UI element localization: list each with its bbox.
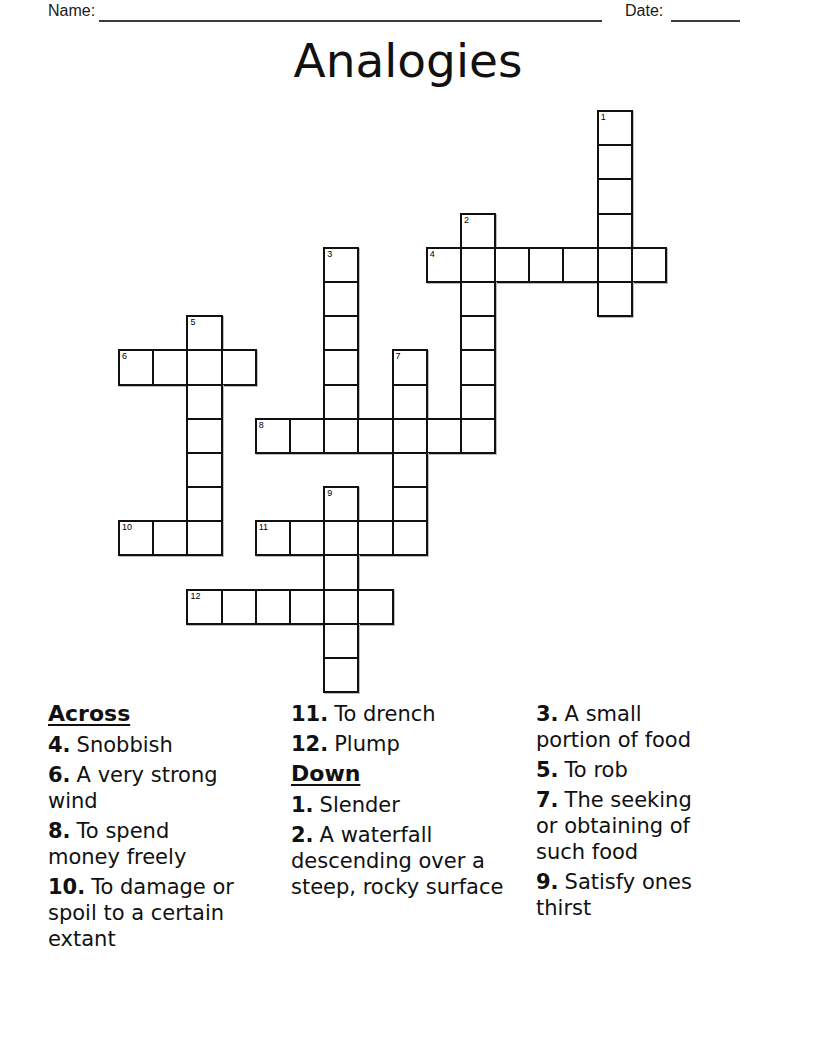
cell-number: 12 (190, 591, 200, 602)
cell-r5c14[interactable] (597, 281, 633, 317)
cell-r1c14[interactable] (597, 144, 633, 180)
clues-column-3: 3.A small portion of food5.To rob7.The s… (536, 701, 706, 925)
cell-number: 3 (327, 249, 332, 260)
cell-r14c7[interactable] (357, 589, 393, 625)
cell-r11c6[interactable]: 9 (323, 486, 359, 522)
cell-r9c9[interactable] (426, 418, 462, 454)
cell-r8c10[interactable] (460, 384, 496, 420)
clue-down-5: 5.To rob (536, 757, 706, 783)
cell-r7c1[interactable] (152, 349, 188, 385)
cell-r12c2[interactable] (186, 520, 222, 556)
puzzle-title: Analogies (0, 33, 816, 88)
clue-number: 4. (48, 733, 71, 757)
down-heading: Down (291, 761, 506, 787)
clue-across-8: 8.To spend money freely (48, 818, 243, 870)
cell-r6c10[interactable] (460, 315, 496, 351)
cell-r7c2[interactable] (186, 349, 222, 385)
cell-r4c13[interactable] (562, 247, 598, 283)
cell-number: 4 (430, 249, 435, 260)
cell-r15c6[interactable] (323, 623, 359, 659)
cell-r0c14[interactable]: 1 (597, 110, 633, 146)
cell-r12c8[interactable] (392, 520, 428, 556)
cell-number: 11 (259, 522, 268, 533)
cell-r4c10[interactable] (460, 247, 496, 283)
clue-text: Slender (320, 793, 400, 817)
clue-down-7: 7.The seeking or obtaining of such food (536, 787, 706, 865)
cell-r4c15[interactable] (631, 247, 667, 283)
cell-number: 7 (396, 351, 401, 362)
cell-r11c2[interactable] (186, 486, 222, 522)
clue-number: 9. (536, 870, 559, 894)
cell-r4c14[interactable] (597, 247, 633, 283)
worksheet-page: Name: Date: Analogies 123456789101112 Ac… (0, 0, 816, 1056)
cell-r4c12[interactable] (528, 247, 564, 283)
clue-across-4: 4.Snobbish (48, 732, 243, 758)
clue-text: Plump (334, 732, 400, 756)
cell-r3c10[interactable]: 2 (460, 213, 496, 249)
clue-text: To drench (334, 702, 435, 726)
clue-number: 2. (291, 823, 314, 847)
cell-r14c3[interactable] (221, 589, 257, 625)
cell-r11c8[interactable] (392, 486, 428, 522)
cell-r14c2[interactable]: 12 (186, 589, 222, 625)
cell-r4c11[interactable] (494, 247, 530, 283)
cell-number: 5 (190, 317, 195, 328)
cell-r7c3[interactable] (221, 349, 257, 385)
clues-column-1: Across4.Snobbish6.A very strong wind8.To… (48, 701, 243, 956)
cell-r14c6[interactable] (323, 589, 359, 625)
clue-number: 11. (291, 702, 328, 726)
cell-r9c5[interactable] (289, 418, 325, 454)
clue-text: A very strong wind (48, 763, 218, 813)
cell-number: 8 (259, 420, 264, 431)
clue-number: 10. (48, 875, 85, 899)
cell-r4c6[interactable]: 3 (323, 247, 359, 283)
clue-across-10: 10.To damage or spoil to a certain extan… (48, 874, 243, 952)
cell-r4c9[interactable]: 4 (426, 247, 462, 283)
cell-r9c8[interactable] (392, 418, 428, 454)
cell-number: 2 (464, 215, 469, 226)
cell-number: 10 (122, 522, 132, 533)
cell-number: 9 (327, 488, 332, 499)
clue-number: 12. (291, 732, 328, 756)
clues-column-2: 11.To drench12.PlumpDown1.Slender2.A wat… (291, 701, 506, 904)
cell-r10c2[interactable] (186, 452, 222, 488)
clue-down-1: 1.Slender (291, 792, 506, 818)
cell-r12c1[interactable] (152, 520, 188, 556)
cell-number: 1 (601, 112, 606, 123)
clue-number: 3. (536, 702, 559, 726)
clue-number: 8. (48, 819, 71, 843)
cell-r12c6[interactable] (323, 520, 359, 556)
cell-r8c2[interactable] (186, 384, 222, 420)
clue-text: A small portion of food (536, 702, 691, 752)
cell-r9c10[interactable] (460, 418, 496, 454)
cell-r12c5[interactable] (289, 520, 325, 556)
clue-across-6: 6.A very strong wind (48, 762, 243, 814)
cell-r8c6[interactable] (323, 384, 359, 420)
clue-across-12: 12.Plump (291, 731, 506, 757)
cell-r13c6[interactable] (323, 554, 359, 590)
cell-r12c0[interactable]: 10 (118, 520, 154, 556)
cell-r12c4[interactable]: 11 (255, 520, 291, 556)
clue-text: A waterfall descending over a steep, roc… (291, 823, 503, 899)
cell-r5c10[interactable] (460, 281, 496, 317)
cell-r6c2[interactable]: 5 (186, 315, 222, 351)
cell-r7c0[interactable]: 6 (118, 349, 154, 385)
cell-r7c10[interactable] (460, 349, 496, 385)
cell-r7c6[interactable] (323, 349, 359, 385)
cell-r2c14[interactable] (597, 178, 633, 214)
cell-number: 6 (122, 351, 127, 362)
cell-r9c4[interactable]: 8 (255, 418, 291, 454)
clue-down-3: 3.A small portion of food (536, 701, 706, 753)
clue-number: 1. (291, 793, 314, 817)
date-blank-line[interactable] (671, 3, 740, 22)
cell-r8c8[interactable] (392, 384, 428, 420)
clue-text: Snobbish (77, 733, 173, 757)
cell-r12c7[interactable] (357, 520, 393, 556)
cell-r9c7[interactable] (357, 418, 393, 454)
clue-down-2: 2.A waterfall descending over a steep, r… (291, 822, 506, 900)
cell-r7c8[interactable]: 7 (392, 349, 428, 385)
clue-text: Satisfy ones thirst (536, 870, 692, 920)
crossword-grid: 123456789101112 (118, 110, 665, 691)
cell-r14c5[interactable] (289, 589, 325, 625)
cell-r6c6[interactable] (323, 315, 359, 351)
clue-across-11: 11.To drench (291, 701, 506, 727)
cell-r9c6[interactable] (323, 418, 359, 454)
clue-number: 7. (536, 788, 559, 812)
clue-number: 5. (536, 758, 559, 782)
cell-r16c6[interactable] (323, 657, 359, 693)
name-label: Name: (48, 2, 95, 20)
date-label: Date: (625, 2, 663, 20)
name-blank-line[interactable] (99, 3, 602, 22)
clue-text: The seeking or obtaining of such food (536, 788, 692, 864)
cell-r10c8[interactable] (392, 452, 428, 488)
cell-r9c2[interactable] (186, 418, 222, 454)
across-heading: Across (48, 701, 243, 727)
clue-down-9: 9.Satisfy ones thirst (536, 869, 706, 921)
cell-r14c4[interactable] (255, 589, 291, 625)
cell-r3c14[interactable] (597, 213, 633, 249)
clue-number: 6. (48, 763, 71, 787)
clue-text: To rob (565, 758, 628, 782)
cell-r5c6[interactable] (323, 281, 359, 317)
